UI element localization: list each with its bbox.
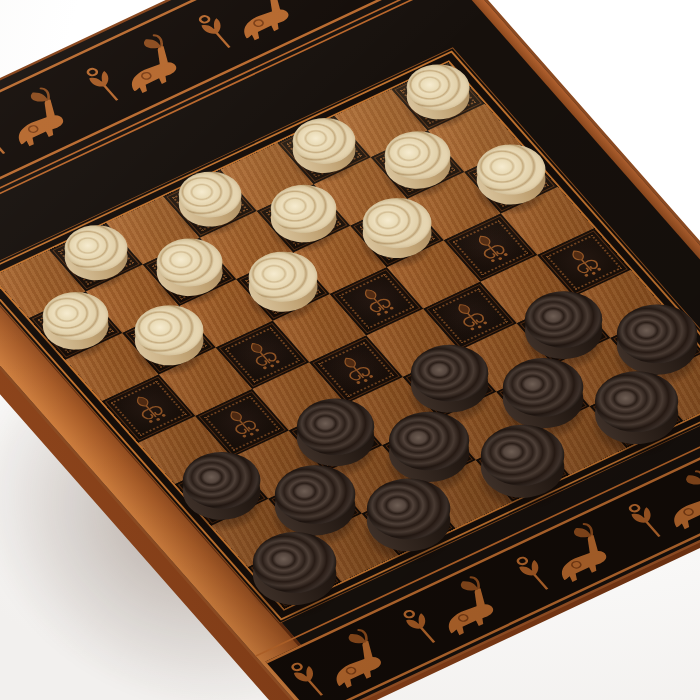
tulip-ornament-icon — [464, 227, 517, 268]
tulip-ornament-icon — [558, 242, 611, 283]
tulip-ornament-icon — [350, 281, 403, 322]
photo-stage: checkers (draughts) — [0, 0, 700, 700]
deer-frieze-icon — [79, 27, 204, 109]
tulip-ornament-icon — [236, 334, 289, 375]
tulip-ornament-icon — [330, 349, 383, 390]
tulip-ornament-icon — [444, 295, 497, 336]
tulip-ornament-icon — [122, 388, 175, 429]
tulip-ornament-icon — [216, 403, 269, 444]
deer-frieze-icon — [621, 463, 700, 545]
